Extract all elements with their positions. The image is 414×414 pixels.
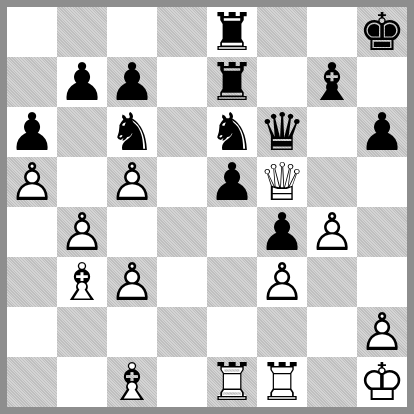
chess-board: ♜♚♟♟♜♝♟♞♞♛♟♟♙♟♙♟♛♕♟♙♟♟♙♝♗♟♙♟♙♟♙♝♗♜♖♜♖♚♔ — [7, 7, 407, 407]
square-c5[interactable]: ♟♙ — [107, 157, 157, 207]
square-a1[interactable] — [7, 357, 57, 407]
square-f3[interactable]: ♟♙ — [257, 257, 307, 307]
square-b4[interactable]: ♟♙ — [57, 207, 107, 257]
white-rook[interactable]: ♜♖ — [257, 357, 307, 407]
white-rook-icon: ♖ — [207, 357, 257, 407]
square-e1[interactable]: ♜♖ — [207, 357, 257, 407]
square-b2[interactable] — [57, 307, 107, 357]
black-king-icon: ♚ — [357, 7, 407, 57]
black-pawn-icon: ♟ — [207, 157, 257, 207]
white-pawn[interactable]: ♟♙ — [107, 157, 157, 207]
white-bishop[interactable]: ♝♗ — [57, 257, 107, 307]
white-pawn-icon: ♙ — [57, 207, 107, 257]
square-b5[interactable] — [57, 157, 107, 207]
black-bishop-icon: ♝ — [307, 57, 357, 107]
square-d8[interactable] — [157, 7, 207, 57]
white-king-icon: ♔ — [357, 357, 407, 407]
square-g3[interactable] — [307, 257, 357, 307]
white-pawn-icon: ♙ — [107, 157, 157, 207]
square-h8[interactable]: ♚ — [357, 7, 407, 57]
square-g1[interactable] — [307, 357, 357, 407]
square-h3[interactable] — [357, 257, 407, 307]
square-a6[interactable]: ♟ — [7, 107, 57, 157]
square-d6[interactable] — [157, 107, 207, 157]
black-rook[interactable]: ♜ — [207, 7, 257, 57]
square-b8[interactable] — [57, 7, 107, 57]
black-pawn-icon: ♟ — [357, 107, 407, 157]
white-bishop[interactable]: ♝♗ — [107, 357, 157, 407]
square-a2[interactable] — [7, 307, 57, 357]
black-bishop[interactable]: ♝ — [307, 57, 357, 107]
square-f6[interactable]: ♛ — [257, 107, 307, 157]
square-c1[interactable]: ♝♗ — [107, 357, 157, 407]
square-h2[interactable]: ♟♙ — [357, 307, 407, 357]
black-knight-icon: ♞ — [207, 107, 257, 157]
square-g7[interactable]: ♝ — [307, 57, 357, 107]
square-e6[interactable]: ♞ — [207, 107, 257, 157]
square-c8[interactable] — [107, 7, 157, 57]
black-pawn[interactable]: ♟ — [7, 107, 57, 157]
square-f2[interactable] — [257, 307, 307, 357]
square-d7[interactable] — [157, 57, 207, 107]
square-d2[interactable] — [157, 307, 207, 357]
white-pawn-icon: ♙ — [307, 207, 357, 257]
square-a8[interactable] — [7, 7, 57, 57]
square-c6[interactable]: ♞ — [107, 107, 157, 157]
black-pawn[interactable]: ♟ — [107, 57, 157, 107]
black-rook-icon: ♜ — [207, 57, 257, 107]
white-bishop-icon: ♗ — [57, 257, 107, 307]
square-d4[interactable] — [157, 207, 207, 257]
square-d5[interactable] — [157, 157, 207, 207]
white-pawn[interactable]: ♟♙ — [307, 207, 357, 257]
square-h7[interactable] — [357, 57, 407, 107]
black-queen-icon: ♛ — [257, 107, 307, 157]
square-g8[interactable] — [307, 7, 357, 57]
white-pawn[interactable]: ♟♙ — [107, 257, 157, 307]
white-pawn-icon: ♙ — [107, 257, 157, 307]
square-e4[interactable] — [207, 207, 257, 257]
white-pawn[interactable]: ♟♙ — [57, 207, 107, 257]
black-pawn-icon: ♟ — [7, 107, 57, 157]
white-pawn[interactable]: ♟♙ — [7, 157, 57, 207]
square-b3[interactable]: ♝♗ — [57, 257, 107, 307]
black-pawn-icon: ♟ — [57, 57, 107, 107]
black-knight-icon: ♞ — [107, 107, 157, 157]
square-g6[interactable] — [307, 107, 357, 157]
board-frame: ♜♚♟♟♜♝♟♞♞♛♟♟♙♟♙♟♛♕♟♙♟♟♙♝♗♟♙♟♙♟♙♝♗♜♖♜♖♚♔ — [0, 0, 414, 414]
white-rook-icon: ♖ — [257, 357, 307, 407]
square-c2[interactable] — [107, 307, 157, 357]
square-e3[interactable] — [207, 257, 257, 307]
square-a5[interactable]: ♟♙ — [7, 157, 57, 207]
square-f4[interactable]: ♟ — [257, 207, 307, 257]
square-c3[interactable]: ♟♙ — [107, 257, 157, 307]
black-pawn[interactable]: ♟ — [207, 157, 257, 207]
square-e8[interactable]: ♜ — [207, 7, 257, 57]
square-g2[interactable] — [307, 307, 357, 357]
black-rook[interactable]: ♜ — [207, 57, 257, 107]
square-g4[interactable]: ♟♙ — [307, 207, 357, 257]
square-c7[interactable]: ♟ — [107, 57, 157, 107]
square-g5[interactable] — [307, 157, 357, 207]
white-rook[interactable]: ♜♖ — [207, 357, 257, 407]
square-e2[interactable] — [207, 307, 257, 357]
black-pawn[interactable]: ♟ — [57, 57, 107, 107]
black-pawn-icon: ♟ — [257, 207, 307, 257]
black-king[interactable]: ♚ — [357, 7, 407, 57]
black-pawn-icon: ♟ — [107, 57, 157, 107]
square-h5[interactable] — [357, 157, 407, 207]
black-knight[interactable]: ♞ — [107, 107, 157, 157]
square-f8[interactable] — [257, 7, 307, 57]
square-h6[interactable]: ♟ — [357, 107, 407, 157]
white-pawn-icon: ♙ — [357, 307, 407, 357]
square-h4[interactable] — [357, 207, 407, 257]
square-c4[interactable] — [107, 207, 157, 257]
square-b7[interactable]: ♟ — [57, 57, 107, 107]
black-queen[interactable]: ♛ — [257, 107, 307, 157]
square-f1[interactable]: ♜♖ — [257, 357, 307, 407]
black-pawn[interactable]: ♟ — [357, 107, 407, 157]
square-a7[interactable] — [7, 57, 57, 107]
square-d1[interactable] — [157, 357, 207, 407]
black-knight[interactable]: ♞ — [207, 107, 257, 157]
square-f5[interactable]: ♛♕ — [257, 157, 307, 207]
square-e5[interactable]: ♟ — [207, 157, 257, 207]
square-a3[interactable] — [7, 257, 57, 307]
square-e7[interactable]: ♜ — [207, 57, 257, 107]
white-pawn-icon: ♙ — [257, 257, 307, 307]
square-b1[interactable] — [57, 357, 107, 407]
square-h1[interactable]: ♚♔ — [357, 357, 407, 407]
white-bishop-icon: ♗ — [107, 357, 157, 407]
square-d3[interactable] — [157, 257, 207, 307]
white-pawn-icon: ♙ — [7, 157, 57, 207]
black-pawn[interactable]: ♟ — [257, 207, 307, 257]
white-queen-icon: ♕ — [257, 157, 307, 207]
square-b6[interactable] — [57, 107, 107, 157]
white-pawn[interactable]: ♟♙ — [357, 307, 407, 357]
white-king[interactable]: ♚♔ — [357, 357, 407, 407]
square-f7[interactable] — [257, 57, 307, 107]
white-queen[interactable]: ♛♕ — [257, 157, 307, 207]
square-a4[interactable] — [7, 207, 57, 257]
white-pawn[interactable]: ♟♙ — [257, 257, 307, 307]
black-rook-icon: ♜ — [207, 7, 257, 57]
